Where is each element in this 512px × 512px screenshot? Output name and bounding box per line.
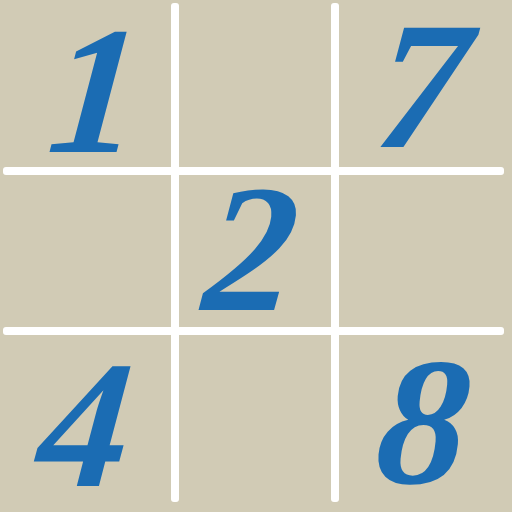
cell-r3c3[interactable]: 8	[335, 331, 512, 512]
grid-line-horizontal-2	[3, 327, 504, 335]
cell-r3c2[interactable]	[175, 331, 335, 512]
sudoku-board: 1 7 2 4 8	[0, 0, 512, 512]
digit-r3c1: 4	[32, 334, 139, 512]
cell-r1c1[interactable]: 1	[0, 0, 175, 171]
digit-r1c1: 1	[43, 0, 150, 182]
grid-line-horizontal-1	[3, 167, 504, 175]
digit-r3c3: 8	[370, 331, 477, 512]
cell-r3c1[interactable]: 4	[0, 331, 175, 512]
cell-grid: 1 7 2 4 8	[0, 0, 512, 512]
cell-r1c3[interactable]: 7	[335, 0, 512, 171]
cell-r1c2[interactable]	[175, 0, 335, 171]
cell-r2c3[interactable]	[335, 171, 512, 331]
digit-r2c2: 2	[198, 158, 305, 340]
cell-r2c2[interactable]: 2	[175, 171, 335, 331]
digit-r1c3: 7	[370, 0, 477, 177]
grid-line-vertical-2	[331, 3, 339, 502]
grid-line-vertical-1	[171, 3, 179, 502]
cell-r2c1[interactable]	[0, 171, 175, 331]
